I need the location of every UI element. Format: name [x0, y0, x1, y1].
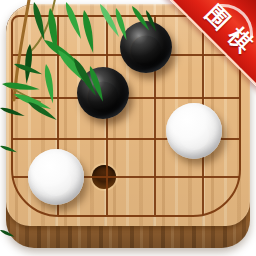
- bamboo-icon: [0, 0, 170, 256]
- white-stone: ●: [166, 103, 222, 159]
- go-app-icon-screenshot: ●●●● 围 棋: [0, 0, 256, 256]
- white-stone-glyph: ●: [177, 111, 212, 151]
